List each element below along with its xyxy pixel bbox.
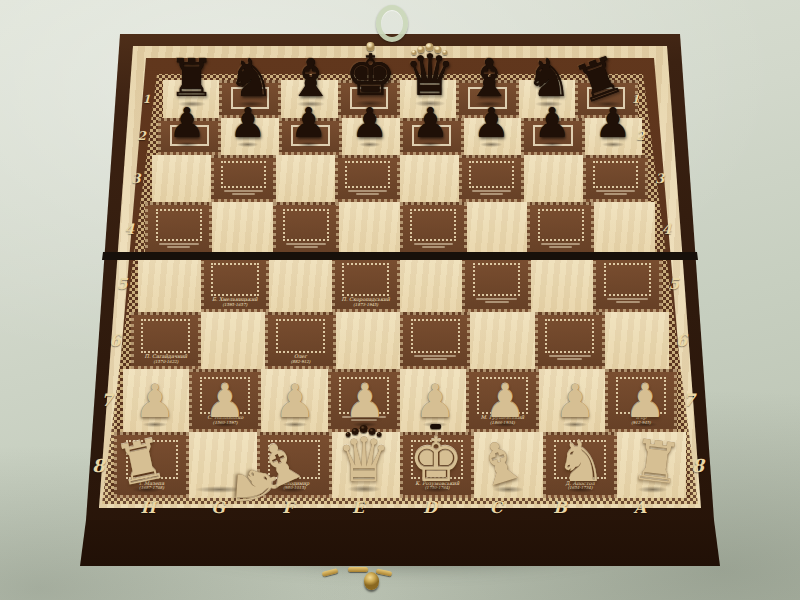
dark-pawn-g2[interactable]: ♟ <box>229 103 266 144</box>
light-pawn-d7[interactable]: ♟ <box>414 378 455 424</box>
light-pawn-h7[interactable]: ♟ <box>134 378 175 424</box>
light-knight-b8[interactable]: ♞ <box>555 434 605 490</box>
dark-pawn-e2[interactable]: ♟ <box>351 103 388 144</box>
light-king-d8[interactable]: ♚ <box>409 429 464 490</box>
light-bishop-c8[interactable]: ♝ <box>468 429 532 497</box>
dark-rook-h1[interactable]: ♜ <box>168 52 215 104</box>
dark-pawn-c2[interactable]: ♟ <box>473 103 510 144</box>
dark-pawn-b2[interactable]: ♟ <box>534 103 571 144</box>
photo-stage: Б. Хмельницький(1595-1657)П. Скоропадськ… <box>0 0 800 600</box>
dark-bishop-f1[interactable]: ♝ <box>287 52 334 104</box>
king-finial <box>431 424 442 429</box>
light-rook-h8[interactable]: ♜ <box>111 430 172 495</box>
dark-pawn-a2[interactable]: ♟ <box>595 103 632 144</box>
light-pawn-a7[interactable]: ♟ <box>625 378 666 424</box>
dark-queen-d1[interactable]: ♛ <box>404 47 455 104</box>
light-pawn-c7[interactable]: ♟ <box>484 378 525 424</box>
queen-crown-balls <box>346 427 382 435</box>
light-pawn-g7[interactable]: ♟ <box>204 378 245 424</box>
pieces-layer: ♜♞♝♚♛♝♞♜♟♟♟♟♟♟♟♟♟♟♟♟♟♟♟♟♜♞♝♛♚♝♞♜ <box>0 0 800 600</box>
light-pawn-b7[interactable]: ♟ <box>555 378 596 424</box>
dark-king-e1[interactable]: ♚ <box>345 47 396 104</box>
dark-pawn-f2[interactable]: ♟ <box>290 103 327 144</box>
light-queen-e8[interactable]: ♛ <box>337 429 392 490</box>
dark-pawn-d2[interactable]: ♟ <box>412 103 449 144</box>
dark-knight-b1[interactable]: ♞ <box>526 52 573 104</box>
dark-knight-g1[interactable]: ♞ <box>228 52 275 104</box>
king-finial <box>366 42 374 51</box>
light-pawn-f7[interactable]: ♟ <box>274 378 315 424</box>
dark-bishop-c1[interactable]: ♝ <box>466 52 513 104</box>
queen-crown-balls <box>412 45 448 53</box>
light-pawn-e7[interactable]: ♟ <box>344 378 385 424</box>
dark-pawn-h2[interactable]: ♟ <box>169 103 206 144</box>
light-rook-a8[interactable]: ♜ <box>628 431 685 493</box>
